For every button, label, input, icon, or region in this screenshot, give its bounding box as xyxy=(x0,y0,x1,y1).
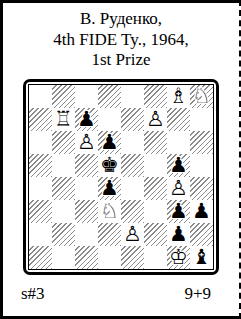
square-f6 xyxy=(144,131,167,154)
square-b2 xyxy=(52,223,75,246)
square-a8 xyxy=(29,85,52,108)
square-a5 xyxy=(29,154,52,177)
piece-white-backing: ♟ xyxy=(75,108,98,131)
chess-board-frame: ♝♗♞♘♜♖♟♟♟♙♟♙♟♟♚♚♟♟♟♟♟♙♞♘♟♟♟♟♟♙♟♟♚♔♝♝ xyxy=(23,79,219,275)
piece-white-backing: ♟ xyxy=(144,108,167,131)
square-e7 xyxy=(121,108,144,131)
problem-title: В. Руденко, 4th FIDE Ty., 1964, 1st Priz… xyxy=(3,9,239,71)
square-e2: ♟♙ xyxy=(121,223,144,246)
tourney-line: 4th FIDE Ty., 1964, xyxy=(3,30,239,51)
black-pawn-g3: ♟ xyxy=(167,200,190,223)
square-h4 xyxy=(190,177,213,200)
white-pawn-g4: ♙ xyxy=(167,177,190,200)
black-pawn-g5: ♟ xyxy=(167,154,190,177)
square-d8 xyxy=(98,85,121,108)
square-f7: ♟♙ xyxy=(144,108,167,131)
square-h6 xyxy=(190,131,213,154)
piece-white-backing: ♟ xyxy=(167,200,190,223)
square-a6 xyxy=(29,131,52,154)
square-f5 xyxy=(144,154,167,177)
piece-white-backing: ♟ xyxy=(190,200,213,223)
square-b8 xyxy=(52,85,75,108)
piece-white-backing: ♟ xyxy=(121,223,144,246)
square-a4 xyxy=(29,177,52,200)
white-king-g1: ♔ xyxy=(167,246,190,269)
square-f2 xyxy=(144,223,167,246)
square-a2 xyxy=(29,223,52,246)
square-g6 xyxy=(167,131,190,154)
square-f4 xyxy=(144,177,167,200)
piece-white-backing: ♜ xyxy=(52,108,75,131)
square-g5: ♟♟ xyxy=(167,154,190,177)
prize-line: 1st Prize xyxy=(3,50,239,71)
square-c1 xyxy=(75,246,98,269)
piece-white-backing: ♟ xyxy=(98,177,121,200)
square-e8 xyxy=(121,85,144,108)
square-d6: ♟♟ xyxy=(98,131,121,154)
white-bishop-g8: ♗ xyxy=(167,85,190,108)
chess-board-inner-border: ♝♗♞♘♜♖♟♟♟♙♟♙♟♟♚♚♟♟♟♟♟♙♞♘♟♟♟♟♟♙♟♟♚♔♝♝ xyxy=(28,84,214,270)
square-b3 xyxy=(52,200,75,223)
piece-white-backing: ♟ xyxy=(75,131,98,154)
black-pawn-g2: ♟ xyxy=(167,223,190,246)
square-e5 xyxy=(121,154,144,177)
piece-white-backing: ♟ xyxy=(167,177,190,200)
square-c8 xyxy=(75,85,98,108)
square-e3 xyxy=(121,200,144,223)
square-g4: ♟♙ xyxy=(167,177,190,200)
piece-white-backing: ♟ xyxy=(98,131,121,154)
square-c3 xyxy=(75,200,98,223)
piece-white-backing: ♞ xyxy=(98,200,121,223)
piece-white-backing: ♝ xyxy=(167,85,190,108)
white-rook-b7: ♖ xyxy=(52,108,75,131)
square-d1 xyxy=(98,246,121,269)
white-pawn-e2: ♙ xyxy=(121,223,144,246)
square-g1: ♚♔ xyxy=(167,246,190,269)
square-a1 xyxy=(29,246,52,269)
square-f3 xyxy=(144,200,167,223)
black-bishop-h1: ♝ xyxy=(190,246,213,269)
black-king-d5: ♚ xyxy=(98,154,121,177)
square-g7 xyxy=(167,108,190,131)
square-h5 xyxy=(190,154,213,177)
square-h2 xyxy=(190,223,213,246)
square-d5: ♚♚ xyxy=(98,154,121,177)
square-g3: ♟♟ xyxy=(167,200,190,223)
square-a7 xyxy=(29,108,52,131)
square-c7: ♟♟ xyxy=(75,108,98,131)
square-a3 xyxy=(29,200,52,223)
square-c5 xyxy=(75,154,98,177)
square-d2 xyxy=(98,223,121,246)
square-h1: ♝♝ xyxy=(190,246,213,269)
piece-white-backing: ♟ xyxy=(167,223,190,246)
chess-problem-card: В. Руденко, 4th FIDE Ty., 1964, 1st Priz… xyxy=(0,0,241,319)
square-h8: ♞♘ xyxy=(190,85,213,108)
black-pawn-d6: ♟ xyxy=(98,131,121,154)
square-f8 xyxy=(144,85,167,108)
square-e1 xyxy=(121,246,144,269)
stipulation-label: s#3 xyxy=(21,284,45,304)
square-c6: ♟♙ xyxy=(75,131,98,154)
white-pawn-f7: ♙ xyxy=(144,108,167,131)
material-count-label: 9+9 xyxy=(184,284,211,304)
piece-white-backing: ♚ xyxy=(98,154,121,177)
black-pawn-h3: ♟ xyxy=(190,200,213,223)
square-h7 xyxy=(190,108,213,131)
white-pawn-c6: ♙ xyxy=(75,131,98,154)
square-e4 xyxy=(121,177,144,200)
piece-white-backing: ♞ xyxy=(190,85,213,108)
white-knight-h8: ♘ xyxy=(190,85,213,108)
square-c2 xyxy=(75,223,98,246)
piece-white-backing: ♝ xyxy=(190,246,213,269)
square-e6 xyxy=(121,131,144,154)
square-f1 xyxy=(144,246,167,269)
square-h3: ♟♟ xyxy=(190,200,213,223)
author-line: В. Руденко, xyxy=(3,9,239,30)
square-g8: ♝♗ xyxy=(167,85,190,108)
square-d4: ♟♟ xyxy=(98,177,121,200)
square-c4 xyxy=(75,177,98,200)
square-b5 xyxy=(52,154,75,177)
white-knight-d3: ♘ xyxy=(98,200,121,223)
black-pawn-d4: ♟ xyxy=(98,177,121,200)
square-b1 xyxy=(52,246,75,269)
black-pawn-c7: ♟ xyxy=(75,108,98,131)
square-d7 xyxy=(98,108,121,131)
square-b6 xyxy=(52,131,75,154)
chess-board: ♝♗♞♘♜♖♟♟♟♙♟♙♟♟♚♚♟♟♟♟♟♙♞♘♟♟♟♟♟♙♟♟♚♔♝♝ xyxy=(29,85,213,269)
piece-white-backing: ♚ xyxy=(167,246,190,269)
square-d3: ♞♘ xyxy=(98,200,121,223)
problem-caption: s#3 9+9 xyxy=(3,284,239,304)
piece-white-backing: ♟ xyxy=(167,154,190,177)
square-g2: ♟♟ xyxy=(167,223,190,246)
square-b7: ♜♖ xyxy=(52,108,75,131)
square-b4 xyxy=(52,177,75,200)
